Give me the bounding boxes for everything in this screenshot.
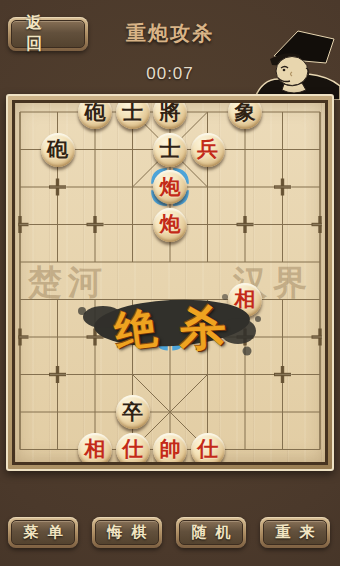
piece-black-cannon[interactable]: 砲 bbox=[41, 133, 75, 167]
restart-button[interactable]: 重来 bbox=[260, 517, 330, 548]
restart-button-label: 重来 bbox=[263, 520, 327, 545]
piece-black-soldier[interactable]: 卒 bbox=[116, 395, 150, 429]
undo-button-label: 悔棋 bbox=[95, 520, 159, 545]
menu-button-label: 菜单 bbox=[11, 520, 75, 545]
scholar-portrait-image bbox=[248, 26, 340, 100]
piece-red-elephant[interactable]: 相 bbox=[228, 283, 262, 317]
xiangqi-app: 返回 重炮攻杀 00:07 楚河汉界砲士將象砲士兵炮炮相卒相仕帥仕 bbox=[0, 0, 340, 566]
piece-red-soldier[interactable]: 兵 bbox=[191, 133, 225, 167]
piece-red-cannon[interactable]: 炮 bbox=[153, 170, 187, 204]
move-origin-marker bbox=[155, 322, 185, 352]
piece-red-cannon[interactable]: 炮 bbox=[153, 208, 187, 242]
piece-red-advisor[interactable]: 仕 bbox=[116, 433, 150, 466]
undo-button[interactable]: 悔棋 bbox=[92, 517, 162, 548]
river-text: 界 bbox=[273, 260, 307, 306]
river-text: 楚 bbox=[28, 260, 62, 306]
piece-black-advisor[interactable]: 士 bbox=[153, 133, 187, 167]
piece-red-general[interactable]: 帥 bbox=[153, 433, 187, 466]
piece-red-elephant[interactable]: 相 bbox=[78, 433, 112, 466]
random-button[interactable]: 随机 bbox=[176, 517, 246, 548]
menu-button[interactable]: 菜单 bbox=[8, 517, 78, 548]
river-text: 河 bbox=[68, 260, 102, 306]
board-play-area: 楚河汉界砲士將象砲士兵炮炮相卒相仕帥仕 绝杀 bbox=[12, 100, 328, 465]
xiangqi-board[interactable]: 楚河汉界砲士將象砲士兵炮炮相卒相仕帥仕 绝杀 bbox=[6, 94, 334, 471]
piece-red-advisor[interactable]: 仕 bbox=[191, 433, 225, 466]
random-button-label: 随机 bbox=[179, 520, 243, 545]
